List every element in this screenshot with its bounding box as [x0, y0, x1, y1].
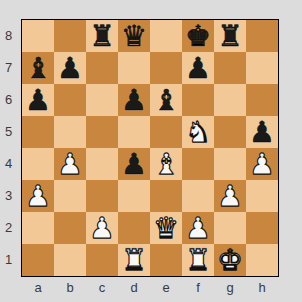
- square-b4[interactable]: ♟: [54, 148, 86, 180]
- square-a1[interactable]: [22, 244, 54, 276]
- square-f3[interactable]: [182, 180, 214, 212]
- piece-white-pawn: ♟: [54, 148, 86, 180]
- square-b7[interactable]: ♟: [54, 52, 86, 84]
- piece-white-rook: ♜: [118, 244, 150, 276]
- piece-black-queen: ♛: [118, 20, 150, 52]
- square-h5[interactable]: ♟: [246, 116, 278, 148]
- square-e4[interactable]: ♝: [150, 148, 182, 180]
- square-g6[interactable]: [214, 84, 246, 116]
- square-c5[interactable]: [86, 116, 118, 148]
- square-h1[interactable]: [246, 244, 278, 276]
- file-label-d: d: [118, 278, 150, 298]
- square-e7[interactable]: [150, 52, 182, 84]
- square-h2[interactable]: [246, 212, 278, 244]
- piece-white-king: ♚: [214, 244, 246, 276]
- square-h7[interactable]: [246, 52, 278, 84]
- square-h8[interactable]: [246, 20, 278, 52]
- square-c3[interactable]: [86, 180, 118, 212]
- rank-label-3: 3: [0, 180, 17, 212]
- piece-black-pawn: ♟: [182, 52, 214, 84]
- square-a6[interactable]: ♟: [22, 84, 54, 116]
- square-b3[interactable]: [54, 180, 86, 212]
- square-d2[interactable]: [118, 212, 150, 244]
- chess-diagram: 87654321 ♜♛♚♜♝♟♟♟♟♝♞♟♟♟♝♟♟♟♟♛♟♜♜♚ abcdef…: [0, 0, 302, 302]
- square-f8[interactable]: ♚: [182, 20, 214, 52]
- square-h6[interactable]: [246, 84, 278, 116]
- square-c1[interactable]: [86, 244, 118, 276]
- square-d7[interactable]: [118, 52, 150, 84]
- square-g7[interactable]: [214, 52, 246, 84]
- file-label-g: g: [214, 278, 246, 298]
- square-b6[interactable]: [54, 84, 86, 116]
- rank-label-7: 7: [0, 52, 17, 84]
- file-label-f: f: [182, 278, 214, 298]
- square-a4[interactable]: [22, 148, 54, 180]
- square-c7[interactable]: [86, 52, 118, 84]
- piece-white-pawn: ♟: [246, 148, 278, 180]
- square-a7[interactable]: ♝: [22, 52, 54, 84]
- square-g8[interactable]: ♜: [214, 20, 246, 52]
- rank-label-1: 1: [0, 244, 17, 276]
- piece-black-king: ♚: [182, 20, 214, 52]
- square-d6[interactable]: ♟: [118, 84, 150, 116]
- rank-label-5: 5: [0, 116, 17, 148]
- square-f1[interactable]: ♜: [182, 244, 214, 276]
- file-label-h: h: [246, 278, 278, 298]
- square-d3[interactable]: [118, 180, 150, 212]
- square-f4[interactable]: [182, 148, 214, 180]
- piece-black-pawn: ♟: [118, 84, 150, 116]
- square-d5[interactable]: [118, 116, 150, 148]
- file-label-a: a: [22, 278, 54, 298]
- square-d8[interactable]: ♛: [118, 20, 150, 52]
- rank-label-6: 6: [0, 84, 17, 116]
- piece-black-bishop: ♝: [150, 84, 182, 116]
- square-h4[interactable]: ♟: [246, 148, 278, 180]
- square-g4[interactable]: [214, 148, 246, 180]
- square-c2[interactable]: ♟: [86, 212, 118, 244]
- square-d1[interactable]: ♜: [118, 244, 150, 276]
- square-a2[interactable]: [22, 212, 54, 244]
- piece-black-rook: ♜: [214, 20, 246, 52]
- piece-white-rook: ♜: [182, 244, 214, 276]
- file-label-b: b: [54, 278, 86, 298]
- square-d4[interactable]: ♟: [118, 148, 150, 180]
- square-b2[interactable]: [54, 212, 86, 244]
- file-labels: abcdefgh: [21, 278, 279, 300]
- square-c6[interactable]: [86, 84, 118, 116]
- square-h3[interactable]: [246, 180, 278, 212]
- piece-black-pawn: ♟: [54, 52, 86, 84]
- square-b8[interactable]: [54, 20, 86, 52]
- square-b1[interactable]: [54, 244, 86, 276]
- square-a3[interactable]: ♟: [22, 180, 54, 212]
- square-a8[interactable]: [22, 20, 54, 52]
- square-f7[interactable]: ♟: [182, 52, 214, 84]
- square-c4[interactable]: [86, 148, 118, 180]
- square-e1[interactable]: [150, 244, 182, 276]
- square-e5[interactable]: [150, 116, 182, 148]
- chess-board: ♜♛♚♜♝♟♟♟♟♝♞♟♟♟♝♟♟♟♟♛♟♜♜♚: [21, 19, 279, 277]
- piece-white-pawn: ♟: [86, 212, 118, 244]
- piece-white-pawn: ♟: [22, 180, 54, 212]
- file-label-c: c: [86, 278, 118, 298]
- piece-white-pawn: ♟: [214, 180, 246, 212]
- square-e3[interactable]: [150, 180, 182, 212]
- piece-white-pawn: ♟: [182, 212, 214, 244]
- square-e2[interactable]: ♛: [150, 212, 182, 244]
- square-e8[interactable]: [150, 20, 182, 52]
- square-g1[interactable]: ♚: [214, 244, 246, 276]
- square-g3[interactable]: ♟: [214, 180, 246, 212]
- piece-black-bishop: ♝: [22, 52, 54, 84]
- piece-white-bishop: ♝: [150, 148, 182, 180]
- file-label-e: e: [150, 278, 182, 298]
- square-f2[interactable]: ♟: [182, 212, 214, 244]
- square-b5[interactable]: [54, 116, 86, 148]
- rank-label-2: 2: [0, 212, 17, 244]
- square-g5[interactable]: [214, 116, 246, 148]
- rank-label-4: 4: [0, 148, 17, 180]
- square-f6[interactable]: [182, 84, 214, 116]
- rank-label-8: 8: [0, 20, 17, 52]
- square-g2[interactable]: [214, 212, 246, 244]
- square-a5[interactable]: [22, 116, 54, 148]
- piece-white-queen: ♛: [150, 212, 182, 244]
- square-e6[interactable]: ♝: [150, 84, 182, 116]
- square-c8[interactable]: ♜: [86, 20, 118, 52]
- piece-black-rook: ♜: [86, 20, 118, 52]
- piece-white-knight: ♞: [182, 116, 214, 148]
- piece-black-pawn: ♟: [118, 148, 150, 180]
- piece-black-pawn: ♟: [22, 84, 54, 116]
- square-f5[interactable]: ♞: [182, 116, 214, 148]
- piece-black-pawn: ♟: [246, 116, 278, 148]
- rank-labels: 87654321: [0, 19, 21, 277]
